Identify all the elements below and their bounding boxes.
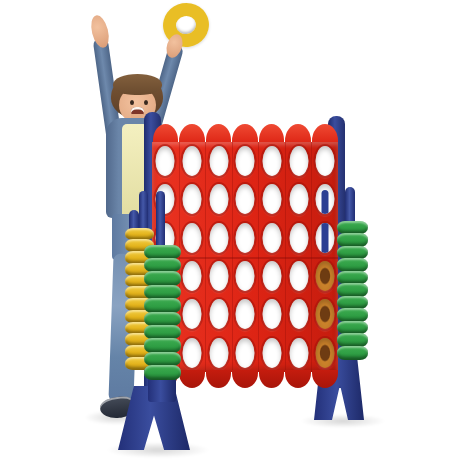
- green-disc: [337, 346, 368, 360]
- green-disc: [337, 333, 368, 347]
- board-cell-r1c2: [179, 142, 206, 180]
- board-cell-r2c7: [311, 180, 338, 218]
- green-disc: [144, 338, 181, 352]
- empty-hole: [236, 184, 255, 214]
- board-cell-r4c5: [258, 257, 285, 295]
- board-cell-r6c4: [232, 334, 259, 372]
- empty-hole: [236, 146, 255, 176]
- board-cell-r4c6: [285, 257, 312, 295]
- scallop-bump: [312, 370, 338, 388]
- empty-hole: [209, 261, 228, 291]
- green-disc: [337, 246, 368, 260]
- empty-hole: [209, 223, 228, 253]
- green-disc: [144, 365, 181, 379]
- empty-hole: [289, 146, 308, 176]
- board-cell-r3c7: [311, 219, 338, 257]
- child-hair-fringe: [113, 74, 162, 95]
- board-cell-r5c6: [285, 295, 312, 333]
- scallop-bump: [232, 124, 258, 144]
- board-cell-r4c7: [311, 257, 338, 295]
- empty-hole: [263, 223, 282, 253]
- empty-hole: [316, 261, 335, 291]
- empty-hole: [209, 184, 228, 214]
- scallop-bump: [206, 124, 232, 144]
- board-cell-r2c3: [205, 180, 232, 218]
- board-cell-r5c2: [179, 295, 206, 333]
- board-cell-r6c5: [258, 334, 285, 372]
- board-cell-r1c5: [258, 142, 285, 180]
- empty-hole: [263, 299, 282, 329]
- empty-hole: [183, 299, 202, 329]
- board-cell-r1c4: [232, 142, 259, 180]
- scallop-bump: [259, 370, 285, 388]
- scallop-bump: [232, 370, 258, 388]
- board-cell-r3c5: [258, 219, 285, 257]
- empty-hole: [316, 338, 335, 368]
- green-disc: [337, 221, 368, 235]
- board-cell-r1c1: [152, 142, 179, 180]
- child-left-eye: [130, 100, 134, 105]
- green-disc: [337, 233, 368, 247]
- empty-hole: [183, 338, 202, 368]
- board-cell-r6c6: [285, 334, 312, 372]
- empty-hole: [209, 338, 228, 368]
- scallop-bump: [285, 124, 311, 144]
- green-disc: [337, 308, 368, 322]
- board-cell-r3c2: [179, 219, 206, 257]
- empty-hole: [183, 184, 202, 214]
- empty-hole: [183, 261, 202, 291]
- green-disc: [337, 258, 368, 272]
- empty-hole: [236, 299, 255, 329]
- green-disc: [144, 325, 181, 339]
- empty-hole: [209, 146, 228, 176]
- board-cell-r2c4: [232, 180, 259, 218]
- empty-hole: [263, 338, 282, 368]
- empty-hole: [156, 146, 175, 176]
- left-green-disc-stack: [144, 245, 181, 379]
- empty-hole: [183, 146, 202, 176]
- empty-hole: [236, 223, 255, 253]
- green-disc: [144, 285, 181, 299]
- board-cell-r6c7: [311, 334, 338, 372]
- empty-hole: [183, 223, 202, 253]
- empty-hole: [289, 299, 308, 329]
- left-rail-base: [148, 376, 176, 402]
- empty-hole: [289, 261, 308, 291]
- empty-hole: [316, 184, 335, 214]
- empty-hole: [316, 223, 335, 253]
- board-cell-r5c4: [232, 295, 259, 333]
- empty-hole: [289, 223, 308, 253]
- empty-hole: [209, 299, 228, 329]
- board-cell-r6c2: [179, 334, 206, 372]
- board-cell-r1c6: [285, 142, 312, 180]
- board-cell-r5c7: [311, 295, 338, 333]
- board-top-scallop: [152, 124, 338, 144]
- scallop-bump: [179, 370, 205, 388]
- board-cell-r3c4: [232, 219, 259, 257]
- board-cell-r1c7: [311, 142, 338, 180]
- board-cell-r5c5: [258, 295, 285, 333]
- right-green-rail-pole-icon: [345, 187, 355, 225]
- empty-hole: [316, 299, 335, 329]
- board-cell-r2c6: [285, 180, 312, 218]
- scallop-bump: [153, 124, 179, 144]
- green-disc: [337, 283, 368, 297]
- board-cell-r4c3: [205, 257, 232, 295]
- green-disc: [144, 352, 181, 366]
- child-right-eye: [144, 100, 148, 105]
- empty-hole: [263, 261, 282, 291]
- green-disc: [337, 296, 368, 310]
- scallop-bump: [179, 124, 205, 144]
- board-cell-r4c2: [179, 257, 206, 295]
- green-disc: [337, 271, 368, 285]
- board-cell-r4c4: [232, 257, 259, 295]
- empty-hole: [263, 146, 282, 176]
- scallop-bump: [312, 124, 338, 144]
- empty-hole: [236, 338, 255, 368]
- scallop-bump: [285, 370, 311, 388]
- empty-hole: [289, 338, 308, 368]
- green-disc: [144, 271, 181, 285]
- empty-hole: [236, 261, 255, 291]
- board-cell-r6c3: [205, 334, 232, 372]
- green-disc: [144, 258, 181, 272]
- green-disc: [337, 321, 368, 335]
- board-cell-r5c3: [205, 295, 232, 333]
- board-cell-r2c5: [258, 180, 285, 218]
- scallop-bump: [206, 370, 232, 388]
- scallop-bump: [259, 124, 285, 144]
- left-green-rail-pole2-icon: [156, 191, 165, 249]
- empty-hole: [316, 146, 335, 176]
- board-cell-r3c6: [285, 219, 312, 257]
- empty-hole: [289, 184, 308, 214]
- board-cell-r2c2: [179, 180, 206, 218]
- empty-hole: [263, 184, 282, 214]
- board-cell-r1c3: [205, 142, 232, 180]
- green-disc: [144, 298, 181, 312]
- right-green-disc-stack: [337, 221, 368, 359]
- green-disc: [144, 245, 181, 259]
- board-cell-r3c3: [205, 219, 232, 257]
- green-disc: [144, 312, 181, 326]
- product-photo-connect-four: [0, 0, 460, 460]
